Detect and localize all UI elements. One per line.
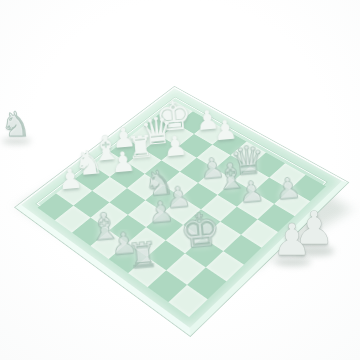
glass-chess-set-photo: ♟♚♟♛♟♟♜♝♟♞♟♛♟♝♞♟♟♟♟♝♚♟♜ ♞♟♟	[0, 0, 360, 360]
chess-piece-glyph: ♞	[0, 107, 42, 141]
chess-piece-glyph: ♟	[226, 176, 277, 209]
perspective-scene: ♟♚♟♛♟♟♜♝♟♞♟♛♟♝♞♟♟♟♟♝♚♟♜	[0, 0, 360, 360]
chess-piece-glyph: ♟	[266, 218, 318, 262]
chess-piece-glyph: ♚	[172, 206, 227, 256]
chess-piece-glyph: ♜	[116, 236, 171, 275]
